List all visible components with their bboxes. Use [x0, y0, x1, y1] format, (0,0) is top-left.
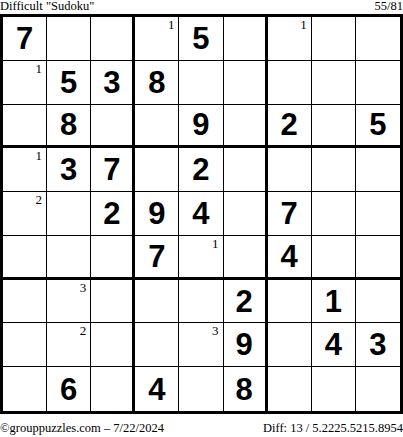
cell-r7c9[interactable] — [356, 280, 400, 324]
puzzle-title: Difficult "Sudoku" — [0, 0, 94, 13]
cell-r8c1[interactable] — [3, 323, 47, 367]
given-digit: 2 — [192, 154, 209, 185]
given-digit: 6 — [60, 374, 77, 405]
cell-r1c4[interactable]: 1 — [135, 17, 179, 61]
given-digit: 3 — [369, 329, 386, 360]
cell-r1c2[interactable] — [47, 17, 91, 61]
cell-r5c4[interactable]: 9 — [135, 192, 179, 236]
difficulty-text: Diff: 13 / 5.2225.5215.8954 — [263, 421, 403, 435]
given-digit: 8 — [235, 374, 252, 405]
cell-r3c7[interactable]: 2 — [268, 105, 312, 149]
cell-r9c2[interactable]: 6 — [47, 367, 91, 411]
cell-r8c7[interactable] — [268, 323, 312, 367]
cell-r1c1[interactable]: 7 — [3, 17, 47, 61]
given-digit: 2 — [281, 109, 298, 140]
pencil-mark: 1 — [168, 18, 175, 32]
cell-r4c2[interactable]: 3 — [47, 148, 91, 192]
cell-r7c1[interactable] — [3, 280, 47, 324]
pencil-mark: 1 — [36, 62, 43, 76]
cell-r1c6[interactable] — [224, 17, 268, 61]
given-digit: 5 — [192, 23, 209, 54]
cell-r2c8[interactable] — [312, 61, 356, 105]
header: Difficult "Sudoku" 55/81 — [0, 0, 403, 13]
cell-r7c3[interactable] — [91, 280, 135, 324]
given-digit: 2 — [235, 286, 252, 317]
cell-r5c8[interactable] — [312, 192, 356, 236]
cell-r3c8[interactable] — [312, 105, 356, 149]
cell-r8c3[interactable] — [91, 323, 135, 367]
pencil-mark: 3 — [80, 281, 87, 295]
cell-r5c3[interactable]: 2 — [91, 192, 135, 236]
cell-r6c9[interactable] — [356, 236, 400, 280]
given-digit: 7 — [148, 241, 165, 272]
given-digit: 1 — [325, 286, 342, 317]
cell-r4c7[interactable] — [268, 148, 312, 192]
cell-r8c9[interactable]: 3 — [356, 323, 400, 367]
cell-r6c4[interactable]: 7 — [135, 236, 179, 280]
given-digit: 4 — [325, 329, 342, 360]
cell-r9c6[interactable]: 8 — [224, 367, 268, 411]
cell-r9c4[interactable]: 4 — [135, 367, 179, 411]
pencil-mark: 2 — [36, 193, 43, 207]
given-digit: 8 — [148, 67, 165, 98]
sudoku-grid: 71511538892513722294771432123943648 — [0, 14, 403, 414]
cell-r7c8[interactable]: 1 — [312, 280, 356, 324]
cell-r6c7[interactable]: 4 — [268, 236, 312, 280]
cell-r3c3[interactable] — [91, 105, 135, 149]
cell-r5c1[interactable]: 2 — [3, 192, 47, 236]
given-digit: 4 — [192, 198, 209, 229]
cell-r2c4[interactable]: 8 — [135, 61, 179, 105]
given-digit: 3 — [103, 67, 120, 98]
cell-r8c5[interactable]: 3 — [179, 323, 223, 367]
cell-r7c2[interactable]: 3 — [47, 280, 91, 324]
pencil-mark: 1 — [36, 149, 43, 163]
cell-r8c6[interactable]: 9 — [224, 323, 268, 367]
cell-r6c3[interactable] — [91, 236, 135, 280]
cell-r6c6[interactable] — [224, 236, 268, 280]
cell-r5c2[interactable] — [47, 192, 91, 236]
cell-r3c1[interactable] — [3, 105, 47, 149]
empty-count: 55/81 — [375, 0, 403, 13]
cell-r1c3[interactable] — [91, 17, 135, 61]
cell-r1c7[interactable]: 1 — [268, 17, 312, 61]
cell-r7c6[interactable]: 2 — [224, 280, 268, 324]
given-digit: 9 — [192, 109, 209, 140]
cell-r9c1[interactable] — [3, 367, 47, 411]
cell-r4c4[interactable] — [135, 148, 179, 192]
cell-r9c5[interactable] — [179, 367, 223, 411]
cell-r4c8[interactable] — [312, 148, 356, 192]
cell-r2c6[interactable] — [224, 61, 268, 105]
cell-r2c1[interactable]: 1 — [3, 61, 47, 105]
pencil-mark: 1 — [212, 237, 219, 251]
cell-r7c4[interactable] — [135, 280, 179, 324]
cell-r3c9[interactable]: 5 — [356, 105, 400, 149]
given-digit: 5 — [60, 67, 77, 98]
given-digit: 9 — [148, 198, 165, 229]
given-digit: 3 — [60, 154, 77, 185]
cell-r7c7[interactable] — [268, 280, 312, 324]
cell-r4c5[interactable]: 2 — [179, 148, 223, 192]
cell-r4c6[interactable] — [224, 148, 268, 192]
cell-r4c9[interactable] — [356, 148, 400, 192]
cell-r3c6[interactable] — [224, 105, 268, 149]
cell-r2c5[interactable] — [179, 61, 223, 105]
cell-r8c8[interactable]: 4 — [312, 323, 356, 367]
cell-r2c9[interactable] — [356, 61, 400, 105]
cell-r9c7[interactable] — [268, 367, 312, 411]
cell-r5c6[interactable] — [224, 192, 268, 236]
page: Difficult "Sudoku" 55/81 715115388925137… — [0, 0, 403, 437]
pencil-mark: 1 — [300, 18, 307, 32]
cell-r6c8[interactable] — [312, 236, 356, 280]
cell-r3c4[interactable] — [135, 105, 179, 149]
pencil-mark: 2 — [80, 324, 87, 338]
cell-r1c5[interactable]: 5 — [179, 17, 223, 61]
cell-r2c7[interactable] — [268, 61, 312, 105]
cell-r5c9[interactable] — [356, 192, 400, 236]
cell-r7c5[interactable] — [179, 280, 223, 324]
given-digit: 8 — [60, 109, 77, 140]
cell-r2c3[interactable]: 3 — [91, 61, 135, 105]
given-digit: 7 — [281, 198, 298, 229]
cell-r1c8[interactable] — [312, 17, 356, 61]
cell-r3c5[interactable]: 9 — [179, 105, 223, 149]
given-digit: 2 — [103, 198, 120, 229]
cell-r9c8[interactable] — [312, 367, 356, 411]
cell-r8c2[interactable]: 2 — [47, 323, 91, 367]
given-digit: 5 — [369, 109, 386, 140]
cell-r4c3[interactable]: 7 — [91, 148, 135, 192]
cell-r5c7[interactable]: 7 — [268, 192, 312, 236]
cell-r6c1[interactable] — [3, 236, 47, 280]
cell-r4c1[interactable]: 1 — [3, 148, 47, 192]
cell-r9c9[interactable] — [356, 367, 400, 411]
cell-r6c5[interactable]: 1 — [179, 236, 223, 280]
cell-r1c9[interactable] — [356, 17, 400, 61]
cell-r2c2[interactable]: 5 — [47, 61, 91, 105]
given-digit: 4 — [148, 374, 165, 405]
cell-r3c2[interactable]: 8 — [47, 105, 91, 149]
cell-r6c2[interactable] — [47, 236, 91, 280]
cell-r8c4[interactable] — [135, 323, 179, 367]
copyright-text: ©grouppuzzles.com – 7/22/2024 — [0, 421, 164, 435]
pencil-mark: 3 — [212, 324, 219, 338]
cell-r5c5[interactable]: 4 — [179, 192, 223, 236]
given-digit: 7 — [16, 23, 33, 54]
footer: ©grouppuzzles.com – 7/22/2024 Diff: 13 /… — [0, 421, 403, 435]
given-digit: 4 — [281, 241, 298, 272]
given-digit: 7 — [103, 154, 120, 185]
cell-r9c3[interactable] — [91, 367, 135, 411]
given-digit: 9 — [235, 329, 252, 360]
